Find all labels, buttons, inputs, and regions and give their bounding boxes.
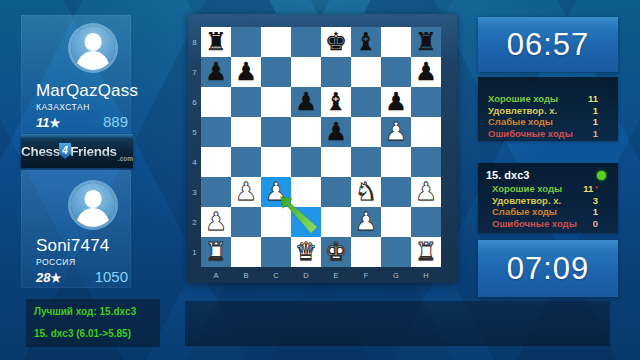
board-squares: ♜♚♝♜♟♟♟♟♝♟♟♟♟♟♞♟♟♟♜♛♚♜ bbox=[201, 27, 441, 267]
player-country: РОССИЯ bbox=[36, 257, 76, 267]
player-meta: 11★ 889 bbox=[36, 113, 128, 130]
square-d8[interactable] bbox=[291, 27, 321, 57]
piece-white-pawn: ♟ bbox=[205, 207, 227, 237]
file-label-d: D bbox=[291, 270, 321, 282]
piece-black-pawn: ♟ bbox=[295, 87, 317, 117]
square-e7[interactable] bbox=[321, 57, 351, 87]
player-rating: 1050 bbox=[95, 268, 128, 285]
move-stats-panel-bottom: 15. dxc3 Хорошие ходы11*Удовлетвор. х.3С… bbox=[478, 163, 618, 233]
last-move-header: 15. dxc3 bbox=[478, 166, 618, 183]
logo-word-friends: Friends bbox=[70, 144, 117, 159]
rank-label-6: 6 bbox=[188, 98, 201, 107]
stat-row: Ошибочные ходы1 bbox=[478, 128, 618, 140]
player-meta: 28★ 1050 bbox=[36, 268, 128, 285]
avatar bbox=[71, 183, 115, 227]
avatar-silhouette-body bbox=[75, 208, 110, 227]
square-c5[interactable] bbox=[261, 117, 291, 147]
square-b1[interactable] bbox=[231, 237, 261, 267]
chess4friends-logo: Chess 4 Friends .com bbox=[21, 134, 133, 168]
piece-white-rook: ♜ bbox=[205, 237, 227, 267]
stat-value: 1 bbox=[593, 128, 598, 140]
square-f5[interactable] bbox=[351, 117, 381, 147]
stat-value-suffix: * bbox=[595, 185, 598, 192]
turn-status-dot bbox=[597, 171, 606, 180]
square-g7[interactable] bbox=[381, 57, 411, 87]
avatar-silhouette-body bbox=[75, 51, 110, 70]
square-f8[interactable]: ♝ bbox=[351, 27, 381, 57]
square-h1[interactable]: ♜ bbox=[411, 237, 441, 267]
logo-tld: .com bbox=[118, 155, 133, 162]
square-c8[interactable] bbox=[261, 27, 291, 57]
file-label-f: F bbox=[351, 270, 381, 282]
piece-black-pawn: ♟ bbox=[385, 87, 407, 117]
piece-black-pawn: ♟ bbox=[325, 117, 347, 147]
stat-row: Ошибочные ходы0 bbox=[478, 218, 618, 230]
piece-white-king: ♚ bbox=[325, 237, 347, 267]
player-stars: 28★ bbox=[36, 270, 61, 285]
square-a8[interactable]: ♜ bbox=[201, 27, 231, 57]
avatar-silhouette-head bbox=[85, 33, 102, 51]
stat-label: Удовлетвор. х. bbox=[492, 195, 561, 207]
square-e1[interactable]: ♚ bbox=[321, 237, 351, 267]
clock-bottom: 07:09 bbox=[478, 240, 618, 297]
square-f1[interactable] bbox=[351, 237, 381, 267]
piece-black-bishop: ♝ bbox=[325, 87, 347, 117]
square-h3[interactable]: ♟ bbox=[411, 177, 441, 207]
file-label-e: E bbox=[321, 270, 351, 282]
file-label-h: H bbox=[411, 270, 441, 282]
square-b7[interactable]: ♟ bbox=[231, 57, 261, 87]
square-h7[interactable]: ♟ bbox=[411, 57, 441, 87]
square-f4[interactable] bbox=[351, 147, 381, 177]
square-c1[interactable] bbox=[261, 237, 291, 267]
square-b5[interactable] bbox=[231, 117, 261, 147]
stat-value: 3 bbox=[593, 195, 598, 207]
stat-value: 11* bbox=[583, 183, 598, 195]
square-d5[interactable] bbox=[291, 117, 321, 147]
square-a5[interactable] bbox=[201, 117, 231, 147]
square-d2[interactable] bbox=[291, 207, 321, 237]
square-g4[interactable] bbox=[381, 147, 411, 177]
stat-value: 11 bbox=[588, 93, 598, 105]
square-h8[interactable]: ♜ bbox=[411, 27, 441, 57]
square-c6[interactable] bbox=[261, 87, 291, 117]
best-move-line: Лучший ход: 15.dxc3 bbox=[34, 306, 152, 317]
square-g3[interactable] bbox=[381, 177, 411, 207]
square-a3[interactable] bbox=[201, 177, 231, 207]
clock-top: 06:57 bbox=[478, 17, 618, 72]
square-e3[interactable] bbox=[321, 177, 351, 207]
square-h5[interactable] bbox=[411, 117, 441, 147]
stat-label: Хорошие ходы bbox=[488, 93, 558, 105]
piece-white-queen: ♛ bbox=[295, 237, 317, 267]
piece-black-rook: ♜ bbox=[205, 27, 227, 57]
stat-label: Ошибочные ходы bbox=[492, 218, 577, 230]
square-d6[interactable]: ♟ bbox=[291, 87, 321, 117]
stat-value: 1 bbox=[593, 105, 598, 117]
piece-white-pawn: ♟ bbox=[355, 207, 377, 237]
piece-black-pawn: ♟ bbox=[235, 57, 257, 87]
game-screen: MarQazQass КАЗАХСТАН 11★ 889 Chess 4 Fri… bbox=[0, 0, 640, 360]
stat-label: Слабые ходы bbox=[488, 116, 553, 128]
player-card-bottom: Soni7474 РОССИЯ 28★ 1050 bbox=[21, 170, 131, 288]
rank-label-3: 3 bbox=[188, 188, 201, 197]
bottom-panel bbox=[185, 301, 610, 346]
square-f3[interactable]: ♞ bbox=[351, 177, 381, 207]
last-move-label: 15. dxc3 bbox=[486, 169, 529, 181]
rank-label-8: 8 bbox=[188, 38, 201, 47]
square-c2[interactable] bbox=[261, 207, 291, 237]
square-d1[interactable]: ♛ bbox=[291, 237, 321, 267]
star-icon: ★ bbox=[50, 271, 61, 285]
square-e6[interactable]: ♝ bbox=[321, 87, 351, 117]
stat-label: Ошибочные ходы bbox=[488, 128, 573, 140]
square-h6[interactable] bbox=[411, 87, 441, 117]
square-a4[interactable] bbox=[201, 147, 231, 177]
square-d3[interactable] bbox=[291, 177, 321, 207]
square-a6[interactable] bbox=[201, 87, 231, 117]
stat-row: Хорошие ходы11* bbox=[478, 183, 618, 195]
stat-label: Удовлетвор. х. bbox=[488, 105, 557, 117]
square-e2[interactable] bbox=[321, 207, 351, 237]
piece-white-pawn: ♟ bbox=[415, 177, 437, 207]
square-b4[interactable] bbox=[231, 147, 261, 177]
file-label-b: B bbox=[231, 270, 261, 282]
square-a7[interactable]: ♟ bbox=[201, 57, 231, 87]
square-c7[interactable] bbox=[261, 57, 291, 87]
square-f2[interactable]: ♟ bbox=[351, 207, 381, 237]
rank-label-2: 2 bbox=[188, 218, 201, 227]
stat-value: 0 bbox=[593, 218, 598, 230]
stat-row: Удовлетвор. х.1 bbox=[478, 105, 618, 117]
avatar bbox=[71, 26, 115, 70]
stat-row: Слабые ходы1 bbox=[478, 116, 618, 128]
square-b3[interactable]: ♟ bbox=[231, 177, 261, 207]
file-label-c: C bbox=[261, 270, 291, 282]
file-label-g: G bbox=[381, 270, 411, 282]
square-h2[interactable] bbox=[411, 207, 441, 237]
square-c3[interactable]: ♟ bbox=[261, 177, 291, 207]
square-g8[interactable] bbox=[381, 27, 411, 57]
chess-board: ♜♚♝♜♟♟♟♟♝♟♟♟♟♟♞♟♟♟♜♛♚♜ 87654321ABCDEFGH bbox=[188, 14, 457, 283]
piece-black-pawn: ♟ bbox=[415, 57, 437, 87]
piece-white-pawn: ♟ bbox=[265, 177, 287, 207]
stat-row: Хорошие ходы11 bbox=[478, 93, 618, 105]
stat-value: 1 bbox=[593, 116, 598, 128]
rank-label-5: 5 bbox=[188, 128, 201, 137]
square-d4[interactable] bbox=[291, 147, 321, 177]
player-stars: 11★ bbox=[36, 115, 60, 130]
square-a1[interactable]: ♜ bbox=[201, 237, 231, 267]
rank-label-4: 4 bbox=[188, 158, 201, 167]
piece-black-bishop: ♝ bbox=[355, 27, 377, 57]
square-g6[interactable]: ♟ bbox=[381, 87, 411, 117]
player-card-top: MarQazQass КАЗАХСТАН 11★ 889 bbox=[21, 15, 131, 133]
square-a2[interactable]: ♟ bbox=[201, 207, 231, 237]
stat-row: Удовлетвор. х.3 bbox=[478, 195, 618, 207]
square-e4[interactable] bbox=[321, 147, 351, 177]
square-e5[interactable]: ♟ bbox=[321, 117, 351, 147]
square-d7[interactable] bbox=[291, 57, 321, 87]
rank-label-7: 7 bbox=[188, 68, 201, 77]
square-g5[interactable]: ♟ bbox=[381, 117, 411, 147]
avatar-silhouette-head bbox=[85, 190, 102, 208]
square-f6[interactable] bbox=[351, 87, 381, 117]
stat-value: 1 bbox=[593, 206, 598, 218]
piece-white-pawn: ♟ bbox=[385, 117, 407, 147]
player-country: КАЗАХСТАН bbox=[36, 102, 90, 112]
player-name: MarQazQass bbox=[36, 81, 138, 101]
piece-black-pawn: ♟ bbox=[205, 57, 227, 87]
played-move-eval-line: 15. dxc3 (6.01->5.85) bbox=[34, 328, 152, 339]
piece-black-king: ♚ bbox=[325, 27, 347, 57]
piece-black-rook: ♜ bbox=[415, 27, 437, 57]
logo-word-chess: Chess bbox=[21, 144, 60, 159]
square-h4[interactable] bbox=[411, 147, 441, 177]
player-name: Soni7474 bbox=[36, 236, 109, 256]
stat-row: Слабые ходы1 bbox=[478, 206, 618, 218]
square-b2[interactable] bbox=[231, 207, 261, 237]
best-move-box: Лучший ход: 15.dxc3 15. dxc3 (6.01->5.85… bbox=[26, 299, 160, 347]
star-icon: ★ bbox=[50, 116, 61, 130]
move-stats-panel-top: Хорошие ходы11Удовлетвор. х.1Слабые ходы… bbox=[478, 77, 618, 141]
stat-label: Хорошие ходы bbox=[492, 183, 562, 195]
player-rating: 889 bbox=[103, 113, 128, 130]
piece-white-rook: ♜ bbox=[415, 237, 437, 267]
stat-label: Слабые ходы bbox=[492, 206, 557, 218]
square-c4[interactable] bbox=[261, 147, 291, 177]
file-label-a: A bbox=[201, 270, 231, 282]
rank-label-1: 1 bbox=[188, 248, 201, 257]
square-b8[interactable] bbox=[231, 27, 261, 57]
square-f7[interactable] bbox=[351, 57, 381, 87]
square-g2[interactable] bbox=[381, 207, 411, 237]
piece-white-knight: ♞ bbox=[355, 177, 377, 207]
square-e8[interactable]: ♚ bbox=[321, 27, 351, 57]
square-b6[interactable] bbox=[231, 87, 261, 117]
square-g1[interactable] bbox=[381, 237, 411, 267]
piece-white-pawn: ♟ bbox=[235, 177, 257, 207]
